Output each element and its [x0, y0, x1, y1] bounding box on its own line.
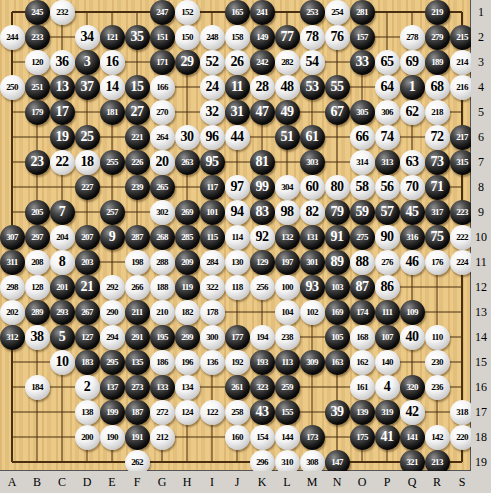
stone-black-101: 101: [200, 200, 225, 225]
move-number: 296: [256, 457, 268, 466]
move-number: 130: [231, 257, 243, 266]
move-number: 263: [181, 157, 193, 166]
go-board[interactable]: 2452322471521652412532542812192442333412…: [0, 0, 471, 471]
stone-black-11: 11: [225, 75, 250, 100]
move-number: 91: [331, 230, 344, 244]
move-number: 275: [356, 232, 368, 241]
move-number: 28: [256, 80, 269, 94]
move-number: 270: [156, 107, 168, 116]
move-number: 69: [406, 55, 419, 69]
move-number: 261: [231, 382, 243, 391]
stone-black-227: 227: [75, 175, 100, 200]
stone-black-7: 7: [50, 200, 75, 225]
stone-white-288: 288: [150, 250, 175, 275]
move-number: 15: [131, 80, 144, 94]
stone-black-41: 41: [375, 425, 400, 450]
move-number: 195: [156, 332, 168, 341]
stone-black-137: 137: [100, 375, 125, 400]
stone-black-287: 287: [125, 225, 150, 250]
move-number: 203: [81, 257, 93, 266]
move-number: 306: [381, 107, 393, 116]
move-number: 46: [406, 255, 419, 269]
move-number: 220: [456, 432, 468, 441]
move-number: 214: [456, 57, 468, 66]
stone-black-169: 169: [325, 300, 350, 325]
stone-black-33: 33: [350, 50, 375, 75]
column-label-J: J: [227, 475, 247, 490]
move-number: 88: [356, 255, 369, 269]
move-number: 11: [231, 80, 243, 94]
stone-white-120: 120: [25, 50, 50, 75]
stone-white-162: 162: [350, 350, 375, 375]
stone-black-257: 257: [100, 200, 125, 225]
stone-white-168: 168: [350, 325, 375, 350]
stone-black-261: 261: [225, 375, 250, 400]
move-number: 226: [131, 157, 143, 166]
stone-black-17: 17: [50, 100, 75, 125]
stone-white-150: 150: [175, 25, 200, 50]
stone-black-189: 189: [425, 50, 450, 75]
move-number: 230: [431, 357, 443, 366]
stone-white-22: 22: [50, 150, 75, 175]
stone-white-238: 238: [275, 325, 300, 350]
move-number: 103: [331, 282, 343, 291]
stone-white-76: 76: [325, 25, 350, 50]
move-number: 79: [331, 205, 344, 219]
column-label-Q: Q: [402, 475, 422, 490]
stone-black-305: 305: [350, 100, 375, 125]
move-number: 7: [59, 205, 66, 219]
stone-black-71: 71: [425, 175, 450, 200]
stone-white-306: 306: [375, 100, 400, 125]
stone-white-30: 30: [175, 125, 200, 150]
stone-white-44: 44: [225, 125, 250, 150]
stone-black-207: 207: [75, 225, 100, 250]
stone-white-166: 166: [150, 75, 175, 100]
stone-white-8: 8: [50, 250, 75, 275]
move-number: 24: [206, 80, 219, 94]
move-number: 314: [356, 157, 368, 166]
stone-white-122: 122: [200, 400, 225, 425]
stone-black-3: 3: [75, 50, 100, 75]
move-number: 41: [381, 430, 394, 444]
stone-black-320: 320: [400, 375, 425, 400]
stone-white-69: 69: [400, 50, 425, 75]
move-number: 144: [281, 432, 293, 441]
row-label-8: 8: [471, 180, 491, 195]
move-number: 2: [84, 380, 91, 394]
stone-black-157: 157: [350, 25, 375, 50]
stone-black-219: 219: [425, 0, 450, 25]
stone-white-54: 54: [300, 50, 325, 75]
stone-black-197: 197: [275, 250, 300, 275]
stone-white-250: 250: [0, 75, 25, 100]
move-number: 56: [381, 180, 394, 194]
stone-white-42: 42: [400, 400, 425, 425]
move-number: 308: [306, 457, 318, 466]
move-number: 57: [381, 205, 394, 219]
move-number: 38: [31, 330, 44, 344]
move-number: 169: [331, 307, 343, 316]
stone-black-37: 37: [75, 75, 100, 100]
column-label-C: C: [52, 475, 72, 490]
stone-black-251: 251: [25, 75, 50, 100]
stone-black-163: 163: [325, 350, 350, 375]
stone-white-58: 58: [350, 175, 375, 200]
move-number: 227: [81, 182, 93, 191]
stone-black-1: 1: [400, 75, 425, 100]
stone-white-66: 66: [350, 125, 375, 150]
stone-white-18: 18: [75, 150, 100, 175]
move-number: 290: [106, 307, 118, 316]
stone-white-24: 24: [200, 75, 225, 100]
move-number: 200: [81, 432, 93, 441]
stone-white-130: 130: [225, 250, 250, 275]
move-number: 219: [431, 7, 443, 16]
move-number: 233: [31, 32, 43, 41]
stone-white-78: 78: [300, 25, 325, 50]
move-number: 128: [31, 282, 43, 291]
move-number: 245: [31, 7, 43, 16]
move-number: 63: [406, 155, 419, 169]
stone-black-135: 135: [125, 350, 150, 375]
move-number: 313: [381, 157, 393, 166]
stone-white-60: 60: [300, 175, 325, 200]
row-label-18: 18: [471, 430, 491, 445]
move-number: 124: [181, 407, 193, 416]
column-label-G: G: [152, 475, 172, 490]
move-number: 75: [431, 230, 444, 244]
move-number: 111: [382, 307, 393, 316]
move-number: 256: [256, 282, 268, 291]
stone-black-95: 95: [200, 150, 225, 175]
stone-white-102: 102: [300, 300, 325, 325]
stone-white-152: 152: [175, 0, 200, 25]
stone-black-89: 89: [325, 250, 350, 275]
move-number: 279: [431, 32, 443, 41]
stone-black-155: 155: [275, 400, 300, 425]
stone-white-192: 192: [225, 350, 250, 375]
move-number: 201: [56, 282, 68, 291]
move-number: 109: [406, 307, 418, 316]
stone-white-16: 16: [100, 50, 125, 75]
stones-layer: 2452322471521652412532542812192442333412…: [0, 0, 470, 470]
stone-white-62: 62: [400, 100, 425, 125]
stone-white-94: 94: [225, 200, 250, 225]
move-number: 276: [381, 257, 393, 266]
stone-black-259: 259: [275, 375, 300, 400]
move-number: 322: [206, 282, 218, 291]
move-number: 181: [106, 107, 118, 116]
stone-black-23: 23: [25, 150, 50, 175]
move-number: 20: [156, 155, 169, 169]
stone-black-313: 313: [375, 150, 400, 175]
move-number: 273: [131, 382, 143, 391]
move-number: 244: [6, 32, 18, 41]
column-coordinate-labels: ABCDEFGHIJKLMNOPQRS: [0, 471, 470, 493]
stone-white-2: 2: [75, 375, 100, 400]
stone-black-291: 291: [125, 325, 150, 350]
move-number: 259: [281, 382, 293, 391]
stone-black-245: 245: [25, 0, 50, 25]
row-label-4: 4: [471, 80, 491, 95]
row-label-9: 9: [471, 205, 491, 220]
column-label-H: H: [177, 475, 197, 490]
move-number: 83: [256, 205, 269, 219]
stone-black-323: 323: [250, 375, 275, 400]
move-number: 265: [156, 182, 168, 191]
move-number: 150: [181, 32, 193, 41]
stone-black-141: 141: [400, 425, 425, 450]
stone-white-182: 182: [175, 300, 200, 325]
move-number: 87: [356, 280, 369, 294]
move-number: 297: [31, 232, 43, 241]
stone-black-316: 316: [400, 225, 425, 250]
stone-black-91: 91: [325, 225, 350, 250]
stone-black-127: 127: [75, 325, 100, 350]
move-number: 30: [181, 130, 194, 144]
stone-black-119: 119: [175, 275, 200, 300]
row-label-1: 1: [471, 5, 491, 20]
stone-black-93: 93: [300, 275, 325, 300]
stone-black-191: 191: [125, 425, 150, 450]
stone-white-188: 188: [150, 275, 175, 300]
move-number: 39: [331, 405, 344, 419]
move-number: 251: [31, 82, 43, 91]
move-number: 264: [156, 132, 168, 141]
stone-white-304: 304: [275, 175, 300, 200]
stone-white-290: 290: [100, 300, 125, 325]
move-number: 318: [456, 407, 468, 416]
move-number: 104: [281, 307, 293, 316]
stone-white-38: 38: [25, 325, 50, 350]
stone-black-269: 269: [175, 200, 200, 225]
move-number: 316: [406, 232, 418, 241]
move-number: 26: [231, 55, 244, 69]
column-label-I: I: [202, 475, 222, 490]
move-number: 81: [256, 155, 269, 169]
stone-black-129: 129: [250, 250, 275, 275]
move-number: 213: [431, 457, 443, 466]
stone-white-4: 4: [375, 375, 400, 400]
stone-black-273: 273: [125, 375, 150, 400]
stone-white-65: 65: [375, 50, 400, 75]
stone-black-132: 132: [275, 225, 300, 250]
move-number: 204: [56, 232, 68, 241]
move-number: 166: [156, 82, 168, 91]
stone-white-160: 160: [225, 425, 250, 450]
move-number: 110: [431, 332, 442, 341]
move-number: 129: [256, 257, 268, 266]
stone-white-186: 186: [150, 350, 175, 375]
stone-white-72: 72: [425, 125, 450, 150]
move-number: 141: [406, 432, 418, 441]
column-label-M: M: [302, 475, 322, 490]
move-number: 136: [206, 357, 218, 366]
move-number: 102: [306, 307, 318, 316]
stone-black-15: 15: [125, 75, 150, 100]
move-number: 21: [81, 280, 94, 294]
move-number: 266: [131, 282, 143, 291]
move-number: 119: [181, 282, 192, 291]
stone-black-241: 241: [250, 0, 275, 25]
stone-black-173: 173: [300, 425, 325, 450]
move-number: 310: [281, 457, 293, 466]
move-number: 132: [281, 232, 293, 241]
stone-white-302: 302: [150, 200, 175, 225]
stone-white-154: 154: [250, 425, 275, 450]
row-label-6: 6: [471, 130, 491, 145]
stone-black-267: 267: [75, 300, 100, 325]
stone-white-176: 176: [425, 250, 450, 275]
stone-black-87: 87: [350, 275, 375, 300]
stone-black-199: 199: [100, 400, 125, 425]
stone-black-295: 295: [100, 350, 125, 375]
move-number: 10: [56, 355, 69, 369]
column-label-B: B: [27, 475, 47, 490]
stone-white-96: 96: [200, 125, 225, 150]
stone-white-48: 48: [275, 75, 300, 100]
move-number: 173: [306, 432, 318, 441]
stone-black-247: 247: [150, 0, 175, 25]
move-number: 289: [31, 307, 43, 316]
move-number: 131: [306, 232, 318, 241]
move-number: 198: [131, 257, 143, 266]
stone-black-39: 39: [325, 400, 350, 425]
row-coordinate-labels: 12345678910111213141516171819: [471, 0, 491, 470]
stone-white-136: 136: [200, 350, 225, 375]
stone-white-70: 70: [400, 175, 425, 200]
move-number: 68: [431, 80, 444, 94]
move-number: 242: [256, 57, 268, 66]
stone-white-300: 300: [200, 325, 225, 350]
stone-white-190: 190: [100, 425, 125, 450]
move-number: 49: [281, 105, 294, 119]
move-number: 272: [156, 407, 168, 416]
stone-black-47: 47: [250, 100, 275, 125]
move-number: 117: [206, 182, 217, 191]
stone-white-210: 210: [150, 300, 175, 325]
stone-white-97: 97: [225, 175, 250, 200]
move-number: 82: [306, 205, 319, 219]
stone-white-140: 140: [375, 350, 400, 375]
column-label-N: N: [327, 475, 347, 490]
move-number: 44: [231, 130, 244, 144]
move-number: 291: [131, 332, 143, 341]
stone-black-113: 113: [275, 350, 300, 375]
move-number: 295: [106, 357, 118, 366]
stone-white-266: 266: [125, 275, 150, 300]
stone-black-131: 131: [300, 225, 325, 250]
stone-white-202: 202: [0, 300, 25, 325]
move-number: 255: [106, 157, 118, 166]
move-number: 238: [281, 332, 293, 341]
stone-white-158: 158: [225, 25, 250, 50]
move-number: 209: [181, 257, 193, 266]
stone-white-248: 248: [200, 25, 225, 50]
stone-white-254: 254: [325, 0, 350, 25]
move-number: 133: [156, 382, 168, 391]
stone-white-138: 138: [75, 400, 100, 425]
move-number: 284: [206, 257, 218, 266]
stone-black-109: 109: [400, 300, 425, 325]
move-number: 3: [84, 55, 91, 69]
move-number: 47: [256, 105, 269, 119]
move-number: 299: [181, 332, 193, 341]
move-number: 212: [156, 432, 168, 441]
stone-black-53: 53: [300, 75, 325, 100]
stone-white-100: 100: [275, 275, 300, 300]
stone-black-285: 285: [175, 225, 200, 250]
move-number: 248: [206, 32, 218, 41]
label-corner: [471, 471, 491, 493]
move-number: 158: [231, 32, 243, 41]
stone-white-34: 34: [75, 25, 100, 50]
column-label-A: A: [2, 475, 22, 490]
stone-white-32: 32: [200, 100, 225, 125]
move-number: 288: [156, 257, 168, 266]
stone-black-275: 275: [350, 225, 375, 250]
stone-black-281: 281: [350, 0, 375, 25]
stone-white-64: 64: [375, 75, 400, 100]
move-number: 137: [106, 382, 118, 391]
stone-black-319: 319: [375, 400, 400, 425]
move-number: 89: [331, 255, 344, 269]
move-number: 97: [231, 180, 244, 194]
move-number: 78: [306, 30, 319, 44]
column-label-L: L: [277, 475, 297, 490]
move-number: 93: [306, 280, 319, 294]
row-label-15: 15: [471, 355, 491, 370]
stone-black-293: 293: [50, 300, 75, 325]
move-number: 86: [381, 280, 394, 294]
move-number: 285: [181, 232, 193, 241]
column-label-K: K: [252, 475, 272, 490]
move-number: 205: [31, 207, 43, 216]
stone-white-258: 258: [225, 400, 250, 425]
stone-white-278: 278: [400, 25, 425, 50]
stone-white-196: 196: [175, 350, 200, 375]
move-number: 236: [431, 382, 443, 391]
stone-black-27: 27: [125, 100, 150, 125]
move-number: 241: [256, 7, 268, 16]
row-label-11: 11: [471, 255, 491, 270]
move-number: 118: [231, 282, 242, 291]
move-number: 311: [6, 257, 17, 266]
move-number: 8: [59, 255, 66, 269]
stone-black-297: 297: [25, 225, 50, 250]
move-number: 134: [181, 382, 193, 391]
move-number: 315: [456, 157, 468, 166]
move-number: 239: [131, 182, 143, 191]
stone-black-203: 203: [75, 250, 100, 275]
stone-white-63: 63: [400, 150, 425, 175]
move-number: 94: [231, 205, 244, 219]
row-label-2: 2: [471, 30, 491, 45]
move-number: 127: [81, 332, 93, 341]
stone-white-314: 314: [350, 150, 375, 175]
move-number: 174: [356, 307, 368, 316]
stone-black-111: 111: [375, 300, 400, 325]
stone-black-239: 239: [125, 175, 150, 200]
stone-black-107: 107: [375, 325, 400, 350]
stone-black-49: 49: [275, 100, 300, 125]
stone-white-232: 232: [50, 0, 75, 25]
stone-black-309: 309: [300, 350, 325, 375]
move-number: 267: [81, 307, 93, 316]
stone-white-284: 284: [200, 250, 225, 275]
move-number: 18: [81, 155, 94, 169]
